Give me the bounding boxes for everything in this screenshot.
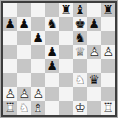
black-knight[interactable]: ♞ [45,17,59,31]
square-b4[interactable] [17,59,31,73]
white-pawn[interactable]: ♟♙ [31,87,45,101]
square-b3[interactable] [17,73,31,87]
square-f5[interactable]: ♛♕ [73,45,87,59]
white-rook[interactable]: ♜♖ [3,101,17,115]
square-h6[interactable] [101,31,115,45]
square-d7[interactable]: ♞ [45,17,59,31]
square-b8[interactable] [17,3,31,17]
white-knight[interactable]: ♞♘ [17,101,31,115]
white-pawn[interactable]: ♟♙ [3,87,17,101]
square-d6[interactable] [45,31,59,45]
square-e4[interactable] [59,59,73,73]
black-bishop[interactable]: ♝ [73,3,87,17]
square-e6[interactable] [59,31,73,45]
square-c6[interactable]: ♟ [31,31,45,45]
square-g4[interactable] [87,59,101,73]
white-knight[interactable]: ♞♘ [73,73,87,87]
white-pawn[interactable]: ♟♙ [101,45,115,59]
black-rook[interactable]: ♜ [101,3,115,17]
square-a2[interactable]: ♟♙ [3,87,17,101]
square-h1[interactable]: ♜♖ [101,101,115,115]
white-piece-outline: ♙ [101,45,115,59]
square-b1[interactable]: ♞♘ [17,101,31,115]
white-piece-outline: ♙ [31,87,45,101]
square-f2[interactable] [73,87,87,101]
square-e2[interactable] [59,87,73,101]
square-c1[interactable]: ♝♗ [31,101,45,115]
black-queen[interactable]: ♛ [87,73,101,87]
square-h5[interactable]: ♟♙ [101,45,115,59]
white-piece-outline: ♖ [3,101,17,115]
black-knight[interactable]: ♞ [73,31,87,45]
white-bishop[interactable]: ♝♗ [31,101,45,115]
white-queen[interactable]: ♛♕ [73,45,87,59]
square-f1[interactable]: ♚♔ [73,101,87,115]
square-c5[interactable] [31,45,45,59]
black-pawn[interactable]: ♟ [17,17,31,31]
white-piece-outline: ♔ [73,101,87,115]
square-g3[interactable]: ♛ [87,73,101,87]
white-pawn[interactable]: ♟♙ [17,87,31,101]
square-e8[interactable]: ♜ [59,3,73,17]
square-g1[interactable] [87,101,101,115]
square-c8[interactable] [31,3,45,17]
square-c3[interactable] [31,73,45,87]
square-h7[interactable] [101,17,115,31]
square-c4[interactable] [31,59,45,73]
white-piece-outline: ♘ [73,73,87,87]
square-e1[interactable] [59,101,73,115]
square-h2[interactable] [101,87,115,101]
square-g5[interactable]: ♟♙ [87,45,101,59]
square-d2[interactable] [45,87,59,101]
square-d8[interactable] [45,3,59,17]
white-piece-outline: ♕ [73,45,87,59]
white-piece-outline: ♙ [17,87,31,101]
white-piece-outline: ♗ [31,101,45,115]
square-h3[interactable] [101,73,115,87]
black-pawn[interactable]: ♟ [31,31,45,45]
square-a8[interactable] [3,3,17,17]
square-a7[interactable]: ♟ [3,17,17,31]
black-king[interactable]: ♚ [73,17,87,31]
white-king[interactable]: ♚♔ [73,101,87,115]
square-a3[interactable] [3,73,17,87]
square-d1[interactable] [45,101,59,115]
square-g7[interactable]: ♟ [87,17,101,31]
square-a1[interactable]: ♜♖ [3,101,17,115]
square-e3[interactable] [59,73,73,87]
square-b2[interactable]: ♟♙ [17,87,31,101]
square-h8[interactable]: ♜ [101,3,115,17]
white-pawn[interactable]: ♟♙ [87,45,101,59]
square-a6[interactable] [3,31,17,45]
square-b5[interactable] [17,45,31,59]
square-f3[interactable]: ♞♘ [73,73,87,87]
black-pawn[interactable]: ♟ [45,59,59,73]
square-g2[interactable] [87,87,101,101]
white-rook[interactable]: ♜♖ [101,101,115,115]
black-pawn[interactable]: ♟ [87,17,101,31]
square-b7[interactable]: ♟ [17,17,31,31]
black-rook[interactable]: ♜ [59,3,73,17]
chess-board: ♜♝♜♟♟♞♚♟♟♞♟♛♕♟♙♟♙♟♞♘♛♟♙♟♙♟♙♜♖♞♘♝♗♚♔♜♖ [1,1,117,117]
black-pawn[interactable]: ♟ [45,45,59,59]
square-e7[interactable] [59,17,73,31]
square-a4[interactable] [3,59,17,73]
square-g8[interactable] [87,3,101,17]
black-pawn[interactable]: ♟ [3,17,17,31]
square-g6[interactable] [87,31,101,45]
square-a5[interactable] [3,45,17,59]
square-d4[interactable]: ♟ [45,59,59,73]
square-b6[interactable] [17,31,31,45]
square-h4[interactable] [101,59,115,73]
square-f8[interactable]: ♝ [73,3,87,17]
square-f4[interactable] [73,59,87,73]
white-piece-outline: ♙ [3,87,17,101]
square-f6[interactable]: ♞ [73,31,87,45]
white-piece-outline: ♖ [101,101,115,115]
white-piece-outline: ♙ [87,45,101,59]
white-piece-outline: ♘ [17,101,31,115]
board-frame: ♜♝♜♟♟♞♚♟♟♞♟♛♕♟♙♟♙♟♞♘♛♟♙♟♙♟♙♜♖♞♘♝♗♚♔♜♖ [0,0,118,118]
square-d5[interactable]: ♟ [45,45,59,59]
square-c2[interactable]: ♟♙ [31,87,45,101]
square-d3[interactable] [45,73,59,87]
square-e5[interactable] [59,45,73,59]
square-c7[interactable] [31,17,45,31]
square-f7[interactable]: ♚ [73,17,87,31]
